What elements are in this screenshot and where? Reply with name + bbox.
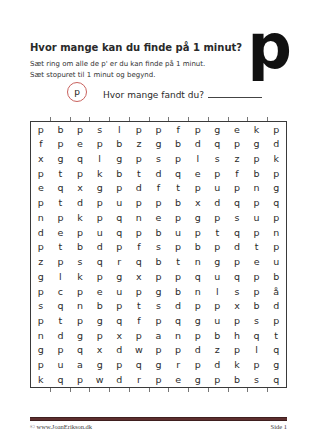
- grid-cell-r6c2: t: [51, 196, 71, 211]
- grid-cell-r12c8: b: [168, 284, 188, 299]
- grid-cell-r18c12: s: [247, 372, 267, 387]
- grid-cell-r9c4: d: [90, 240, 110, 255]
- grid-cell-r6c9: x: [188, 196, 208, 211]
- grid-cell-r12c3: p: [70, 284, 90, 299]
- grid-cell-r9c1: p: [31, 240, 51, 255]
- grid-cell-r6c10: d: [208, 196, 228, 211]
- grid-cell-r9c11: d: [227, 240, 247, 255]
- grid-cell-r5c5: p: [109, 181, 129, 196]
- example-circled-letter: p: [67, 82, 87, 102]
- grid-cell-r15c1: n: [31, 328, 51, 343]
- grid-cell-r1c5: l: [109, 122, 129, 137]
- grid-cell-r16c2: p: [51, 343, 71, 358]
- grid-cell-r18c11: b: [227, 372, 247, 387]
- grid-cell-r14c11: p: [227, 313, 247, 328]
- grid-cell-r10c4: q: [90, 255, 110, 270]
- grid-cell-r8c1: d: [31, 225, 51, 240]
- grid-cell-r2c4: p: [90, 137, 110, 152]
- grid-cell-r1c9: p: [188, 122, 208, 137]
- grid-cell-r1c10: g: [208, 122, 228, 137]
- grid-cell-r1c11: e: [227, 122, 247, 137]
- grid-cell-r13c7: s: [149, 299, 169, 314]
- grid-cell-r16c3: q: [70, 343, 90, 358]
- grid-cell-r1c7: p: [149, 122, 169, 137]
- grid-cell-r3c3: q: [70, 151, 90, 166]
- grid-cell-r1c6: p: [129, 122, 149, 137]
- grid-cell-r11c11: q: [227, 269, 247, 284]
- grid-cell-r7c11: s: [227, 210, 247, 225]
- grid-cell-r14c9: g: [188, 313, 208, 328]
- grid-cell-r4c4: k: [90, 166, 110, 181]
- grid-cell-r11c3: k: [70, 269, 90, 284]
- grid-cell-r4c13: p: [266, 166, 286, 181]
- grid-cell-r10c3: s: [70, 255, 90, 270]
- grid-cell-r2c12: g: [247, 137, 267, 152]
- grid-cell-r7c3: k: [70, 210, 90, 225]
- grid-cell-r14c10: u: [208, 313, 228, 328]
- grid-cell-r15c6: p: [129, 328, 149, 343]
- grid-cell-r14c3: p: [70, 313, 90, 328]
- grid-cell-r10c8: t: [168, 255, 188, 270]
- grid-cell-r3c10: s: [208, 151, 228, 166]
- grid-cell-r4c1: p: [31, 166, 51, 181]
- grid-cell-r7c5: q: [109, 210, 129, 225]
- grid-cell-r4c10: p: [208, 166, 228, 181]
- grid-cell-r5c10: u: [208, 181, 228, 196]
- grid-cell-r1c2: b: [51, 122, 71, 137]
- grid-cell-r9c12: t: [247, 240, 267, 255]
- grid-cell-r8c9: p: [188, 225, 208, 240]
- grid-cell-r15c13: t: [266, 328, 286, 343]
- grid-cell-r11c5: g: [109, 269, 129, 284]
- grid-cell-r4c7: d: [149, 166, 169, 181]
- example-letter: p: [74, 87, 80, 97]
- grid-cell-r17c6: q: [129, 358, 149, 373]
- grid-cell-r6c13: q: [266, 196, 286, 211]
- worksheet-page: p Hvor mange kan du finde på 1 minut? Sæ…: [0, 0, 316, 448]
- grid-cell-r12c5: u: [109, 284, 129, 299]
- grid-cell-r3c1: x: [31, 151, 51, 166]
- grid-cell-r13c12: b: [247, 299, 267, 314]
- grid-cell-r13c4: b: [90, 299, 110, 314]
- grid-cell-r5c11: p: [227, 181, 247, 196]
- grid-cell-r9c9: b: [188, 240, 208, 255]
- grid-cell-r3c9: l: [188, 151, 208, 166]
- grid-cell-r2c3: e: [70, 137, 90, 152]
- grid-cell-r11c8: p: [168, 269, 188, 284]
- grid-cell-r11c12: p: [247, 269, 267, 284]
- grid-cell-r4c12: b: [247, 166, 267, 181]
- grid-cell-r12c7: g: [149, 284, 169, 299]
- grid-cell-r6c3: d: [70, 196, 90, 211]
- grid-cell-r17c10: d: [208, 358, 228, 373]
- grid-cell-r18c10: p: [208, 372, 228, 387]
- grid-cell-r8c3: p: [70, 225, 90, 240]
- grid-cell-r2c6: z: [129, 137, 149, 152]
- grid-cell-r8c8: u: [168, 225, 188, 240]
- grid-cell-r14c1: p: [31, 313, 51, 328]
- grid-cell-r16c9: d: [188, 343, 208, 358]
- grid-cell-r5c4: g: [90, 181, 110, 196]
- grid-cell-r7c10: p: [208, 210, 228, 225]
- grid-cell-r18c3: p: [70, 372, 90, 387]
- grid-cell-r4c8: q: [168, 166, 188, 181]
- grid-cell-r5c1: e: [31, 181, 51, 196]
- grid-cell-r13c1: s: [31, 299, 51, 314]
- grid-cell-r15c8: n: [168, 328, 188, 343]
- grid-cell-r3c4: l: [90, 151, 110, 166]
- grid-cell-r15c9: p: [188, 328, 208, 343]
- grid-cell-r18c6: r: [129, 372, 149, 387]
- grid-cell-r10c11: p: [227, 255, 247, 270]
- grid-cell-r17c9: p: [188, 358, 208, 373]
- grid-cell-r5c7: f: [149, 181, 169, 196]
- grid-cell-r15c4: p: [90, 328, 110, 343]
- grid-cell-r18c1: k: [31, 372, 51, 387]
- grid-cell-r6c6: p: [129, 196, 149, 211]
- grid-cell-r2c2: p: [51, 137, 71, 152]
- grid-cell-r12c13: å: [266, 284, 286, 299]
- grid-cell-r5c2: q: [51, 181, 71, 196]
- grid-cell-r15c7: a: [149, 328, 169, 343]
- grid-cell-r5c13: g: [266, 181, 286, 196]
- letter-grid-frame: pbpslppfpgekpfpepbzgbdqpgdxgqlgpsplszpkp…: [30, 121, 287, 388]
- grid-cell-r9c13: p: [266, 240, 286, 255]
- grid-cell-r4c5: b: [109, 166, 129, 181]
- grid-cell-r17c13: g: [266, 358, 286, 373]
- grid-cell-r13c2: q: [51, 299, 71, 314]
- grid-cell-r1c12: k: [247, 122, 267, 137]
- grid-cell-r8c6: p: [129, 225, 149, 240]
- grid-cell-r17c7: g: [149, 358, 169, 373]
- question-row: Hvor mange fandt du?: [103, 87, 262, 100]
- question-label: Hvor mange fandt du?: [103, 90, 204, 100]
- answer-blank: [208, 87, 262, 98]
- grid-cell-r7c8: p: [168, 210, 188, 225]
- grid-cell-r17c1: p: [31, 358, 51, 373]
- grid-cell-r12c11: s: [227, 284, 247, 299]
- grid-cell-r2c8: b: [168, 137, 188, 152]
- grid-cell-r1c3: p: [70, 122, 90, 137]
- grid-cell-r9c6: f: [129, 240, 149, 255]
- grid-cell-r8c13: n: [266, 225, 286, 240]
- grid-cell-r11c7: p: [149, 269, 169, 284]
- grid-cell-r1c4: s: [90, 122, 110, 137]
- grid-cell-r6c1: p: [31, 196, 51, 211]
- grid-cell-r12c2: c: [51, 284, 71, 299]
- grid-cell-r7c12: u: [247, 210, 267, 225]
- grid-cell-r13c5: p: [109, 299, 129, 314]
- grid-cell-r3c13: k: [266, 151, 286, 166]
- grid-cell-r10c12: e: [247, 255, 267, 270]
- grid-cell-r11c13: b: [266, 269, 286, 284]
- grid-cell-r8c5: q: [109, 225, 129, 240]
- grid-cell-r4c2: t: [51, 166, 71, 181]
- grid-cell-r14c12: s: [247, 313, 267, 328]
- grid-cell-r13c10: p: [208, 299, 228, 314]
- grid-cell-r2c11: p: [227, 137, 247, 152]
- grid-cell-r1c1: p: [31, 122, 51, 137]
- grid-cell-r13c13: d: [266, 299, 286, 314]
- grid-cell-r1c13: p: [266, 122, 286, 137]
- grid-cell-r13c6: t: [129, 299, 149, 314]
- grid-cell-r3c5: g: [109, 151, 129, 166]
- grid-cell-r16c6: w: [129, 343, 149, 358]
- grid-cell-r18c5: d: [109, 372, 129, 387]
- grid-cell-r9c2: t: [51, 240, 71, 255]
- grid-cell-r18c4: w: [90, 372, 110, 387]
- grid-cell-r14c13: p: [266, 313, 286, 328]
- grid-cell-r3c2: g: [51, 151, 71, 166]
- grid-cell-r15c12: q: [247, 328, 267, 343]
- grid-cell-r3c11: z: [227, 151, 247, 166]
- grid-cell-r7c2: p: [51, 210, 71, 225]
- grid-cell-r14c6: f: [129, 313, 149, 328]
- grid-cell-r3c7: s: [149, 151, 169, 166]
- letter-grid: pbpslppfpgekpfpepbzgbdqpgdxgqlgpsplszpkp…: [31, 122, 286, 387]
- grid-cell-r12c4: e: [90, 284, 110, 299]
- grid-cell-r11c4: p: [90, 269, 110, 284]
- grid-cell-r10c5: r: [109, 255, 129, 270]
- footer-divider-bar: [30, 417, 287, 421]
- grid-cell-r7c13: p: [266, 210, 286, 225]
- grid-cell-r6c12: p: [247, 196, 267, 211]
- grid-cell-r5c3: x: [70, 181, 90, 196]
- grid-cell-r11c9: q: [188, 269, 208, 284]
- grid-cell-r9c10: p: [208, 240, 228, 255]
- grid-cell-r10c10: g: [208, 255, 228, 270]
- grid-cell-r16c7: p: [149, 343, 169, 358]
- grid-cell-r13c9: p: [188, 299, 208, 314]
- grid-cell-r5c9: p: [188, 181, 208, 196]
- grid-cell-r4c9: e: [188, 166, 208, 181]
- grid-cell-r4c6: t: [129, 166, 149, 181]
- grid-cell-r17c11: k: [227, 358, 247, 373]
- grid-cell-r11c6: x: [129, 269, 149, 284]
- grid-cell-r9c5: p: [109, 240, 129, 255]
- grid-cell-r17c5: p: [109, 358, 129, 373]
- grid-cell-r6c7: p: [149, 196, 169, 211]
- grid-cell-r16c10: z: [208, 343, 228, 358]
- grid-cell-r17c4: g: [90, 358, 110, 373]
- grid-cell-r5c6: d: [129, 181, 149, 196]
- grid-cell-r16c12: l: [247, 343, 267, 358]
- grid-cell-r18c7: p: [149, 372, 169, 387]
- grid-cell-r12c1: p: [31, 284, 51, 299]
- grid-cell-r7c7: e: [149, 210, 169, 225]
- grid-cell-r7c6: n: [129, 210, 149, 225]
- grid-cell-r2c10: q: [208, 137, 228, 152]
- grid-cell-r9c7: s: [149, 240, 169, 255]
- grid-cell-r16c4: x: [90, 343, 110, 358]
- grid-cell-r17c2: u: [51, 358, 71, 373]
- grid-cell-r5c8: t: [168, 181, 188, 196]
- grid-cell-r7c4: p: [90, 210, 110, 225]
- grid-cell-r12c10: l: [208, 284, 228, 299]
- grid-cell-r3c8: p: [168, 151, 188, 166]
- grid-cell-r16c1: g: [31, 343, 51, 358]
- grid-cell-r13c11: x: [227, 299, 247, 314]
- grid-cell-r16c8: p: [168, 343, 188, 358]
- grid-cell-r15c2: d: [51, 328, 71, 343]
- specimen-letter: p: [248, 16, 292, 78]
- grid-cell-r12c6: p: [129, 284, 149, 299]
- grid-cell-r8c2: e: [51, 225, 71, 240]
- grid-cell-r13c8: d: [168, 299, 188, 314]
- grid-cell-r8c12: p: [247, 225, 267, 240]
- grid-cell-r3c12: p: [247, 151, 267, 166]
- grid-cell-r7c1: n: [31, 210, 51, 225]
- grid-cell-r15c3: g: [70, 328, 90, 343]
- grid-cell-r15c10: b: [208, 328, 228, 343]
- grid-cell-r7c9: g: [188, 210, 208, 225]
- grid-cell-r8c4: u: [90, 225, 110, 240]
- grid-cell-r4c3: p: [70, 166, 90, 181]
- grid-cell-r9c8: p: [168, 240, 188, 255]
- grid-cell-r14c8: q: [168, 313, 188, 328]
- grid-cell-r14c5: q: [109, 313, 129, 328]
- grid-cell-r11c2: l: [51, 269, 71, 284]
- grid-cell-r6c11: q: [227, 196, 247, 211]
- grid-cell-r10c2: p: [51, 255, 71, 270]
- grid-cell-r2c7: g: [149, 137, 169, 152]
- grid-cell-r16c5: d: [109, 343, 129, 358]
- grid-cell-r14c7: p: [149, 313, 169, 328]
- grid-cell-r10c6: q: [129, 255, 149, 270]
- grid-cell-r16c13: q: [266, 343, 286, 358]
- grid-cell-r8c10: t: [208, 225, 228, 240]
- instruction-line-2: Sæt stopuret til 1 minut og begynd.: [30, 71, 155, 79]
- grid-cell-r8c11: q: [227, 225, 247, 240]
- grid-cell-r2c9: d: [188, 137, 208, 152]
- grid-cell-r2c5: b: [109, 137, 129, 152]
- grid-cell-r12c12: p: [247, 284, 267, 299]
- grid-cell-r14c2: t: [51, 313, 71, 328]
- grid-cell-r11c1: g: [31, 269, 51, 284]
- grid-cell-r17c3: a: [70, 358, 90, 373]
- instruction-line-1: Sæt ring om alle de p' er du kan finde p…: [30, 60, 205, 68]
- grid-cell-r2c13: d: [266, 137, 286, 152]
- grid-cell-r6c5: u: [109, 196, 129, 211]
- grid-cell-r11c10: u: [208, 269, 228, 284]
- grid-cell-r10c1: z: [31, 255, 51, 270]
- page-title: Hvor mange kan du finde på 1 minut?: [30, 42, 242, 53]
- grid-cell-r18c8: e: [168, 372, 188, 387]
- footer-copyright: © www.JoanErikson.dk: [30, 423, 92, 430]
- grid-cell-r9c3: b: [70, 240, 90, 255]
- grid-cell-r3c6: p: [129, 151, 149, 166]
- grid-cell-r16c11: p: [227, 343, 247, 358]
- grid-cell-r5c12: n: [247, 181, 267, 196]
- grid-cell-r17c12: p: [247, 358, 267, 373]
- grid-cell-r1c8: f: [168, 122, 188, 137]
- grid-cell-r2c1: f: [31, 137, 51, 152]
- footer-page-number: Side 1: [271, 423, 287, 430]
- grid-cell-r10c9: n: [188, 255, 208, 270]
- grid-cell-r18c9: g: [188, 372, 208, 387]
- grid-cell-r6c8: b: [168, 196, 188, 211]
- grid-cell-r13c3: n: [70, 299, 90, 314]
- grid-cell-r12c9: n: [188, 284, 208, 299]
- grid-cell-r18c2: q: [51, 372, 71, 387]
- grid-cell-r14c4: g: [90, 313, 110, 328]
- grid-cell-r10c13: u: [266, 255, 286, 270]
- grid-cell-r10c7: b: [149, 255, 169, 270]
- grid-cell-r18c13: q: [266, 372, 286, 387]
- grid-cell-r6c4: p: [90, 196, 110, 211]
- grid-cell-r15c5: x: [109, 328, 129, 343]
- grid-cell-r17c8: r: [168, 358, 188, 373]
- grid-cell-r15c11: h: [227, 328, 247, 343]
- grid-cell-r8c7: b: [149, 225, 169, 240]
- grid-cell-r4c11: f: [227, 166, 247, 181]
